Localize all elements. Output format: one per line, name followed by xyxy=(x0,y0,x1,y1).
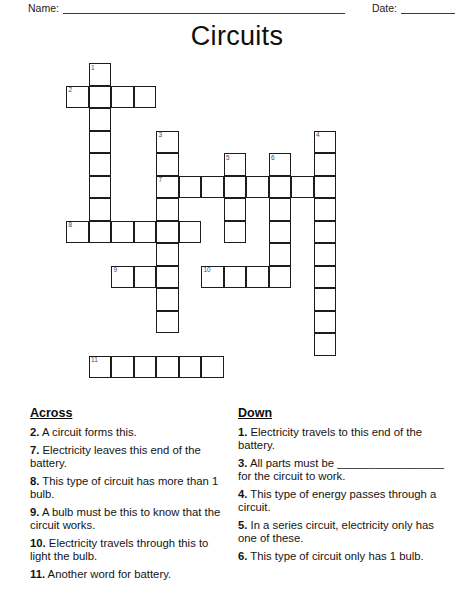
empty-space xyxy=(224,333,247,356)
crossword-cell[interactable] xyxy=(134,356,157,379)
cell-number: 7 xyxy=(159,177,163,184)
crossword-cell[interactable] xyxy=(134,221,157,244)
cell-number: 9 xyxy=(114,267,118,274)
empty-space xyxy=(179,63,202,86)
crossword-cell[interactable] xyxy=(201,176,224,199)
empty-space xyxy=(269,333,292,356)
crossword-cell[interactable]: 8 xyxy=(66,221,89,244)
empty-space xyxy=(66,153,89,176)
crossword-cell[interactable] xyxy=(89,198,112,221)
empty-space xyxy=(246,243,269,266)
crossword-cell[interactable] xyxy=(291,176,314,199)
clue-text: This type of circuit only has 1 bulb. xyxy=(250,550,423,562)
empty-space xyxy=(291,266,314,289)
empty-space xyxy=(111,176,134,199)
empty-space xyxy=(246,153,269,176)
crossword-cell[interactable] xyxy=(314,176,337,199)
clue-number: 5. xyxy=(238,519,247,531)
empty-space xyxy=(66,356,89,379)
empty-space xyxy=(179,288,202,311)
down-heading: Down xyxy=(238,406,449,420)
crossword-cell[interactable] xyxy=(314,153,337,176)
clue-number: 9. xyxy=(30,506,39,518)
empty-space xyxy=(66,333,89,356)
empty-space xyxy=(224,356,247,379)
clue-number: 7. xyxy=(30,444,39,456)
clue-number: 11. xyxy=(30,568,45,580)
empty-space xyxy=(66,176,89,199)
crossword-cell[interactable] xyxy=(156,153,179,176)
empty-space xyxy=(111,63,134,86)
crossword-cell[interactable] xyxy=(156,198,179,221)
crossword-cell[interactable]: 4 xyxy=(314,131,337,154)
crossword-grid: 1234567891011 xyxy=(66,63,336,378)
crossword-cell[interactable] xyxy=(314,243,337,266)
empty-space xyxy=(201,153,224,176)
crossword-cell[interactable]: 2 xyxy=(66,86,89,109)
empty-space xyxy=(134,243,157,266)
empty-space xyxy=(111,288,134,311)
clue-text: Another word for battery. xyxy=(48,568,172,580)
empty-space xyxy=(201,333,224,356)
empty-space xyxy=(314,356,337,379)
name-label: Name: xyxy=(28,2,59,14)
empty-space xyxy=(201,86,224,109)
clue-number: 2. xyxy=(30,426,39,438)
empty-space xyxy=(179,333,202,356)
crossword-cell[interactable] xyxy=(156,288,179,311)
crossword-cell[interactable]: 10 xyxy=(201,266,224,289)
empty-space xyxy=(111,311,134,334)
clue-item: 10. Electricity travels through this to … xyxy=(30,537,231,563)
empty-space xyxy=(269,86,292,109)
empty-space xyxy=(134,131,157,154)
date-label: Date: xyxy=(372,2,397,14)
empty-space xyxy=(179,243,202,266)
crossword-cell[interactable] xyxy=(89,131,112,154)
crossword-cell[interactable] xyxy=(111,356,134,379)
empty-space xyxy=(66,311,89,334)
crossword-cell[interactable] xyxy=(269,266,292,289)
clue-number: 10. xyxy=(30,537,46,549)
empty-space xyxy=(179,311,202,334)
crossword-cell[interactable] xyxy=(111,86,134,109)
empty-space xyxy=(111,131,134,154)
crossword-cell[interactable] xyxy=(156,356,179,379)
empty-space xyxy=(246,86,269,109)
across-clues-section: Across 2. A circuit forms this.7. Electr… xyxy=(30,406,231,587)
crossword-cell[interactable] xyxy=(246,266,269,289)
crossword-cell[interactable] xyxy=(269,243,292,266)
crossword-cell[interactable]: 11 xyxy=(89,356,112,379)
empty-space xyxy=(291,198,314,221)
crossword-cell[interactable] xyxy=(89,86,112,109)
empty-space xyxy=(269,311,292,334)
clue-text: This type of circuit has more than 1 bul… xyxy=(30,475,218,500)
crossword-cell[interactable]: 6 xyxy=(269,153,292,176)
empty-space xyxy=(224,131,247,154)
page-title: Circuits xyxy=(0,21,474,52)
empty-space xyxy=(89,311,112,334)
empty-space xyxy=(201,108,224,131)
empty-space xyxy=(179,153,202,176)
empty-space xyxy=(291,356,314,379)
empty-space xyxy=(224,63,247,86)
crossword-cell[interactable] xyxy=(156,266,179,289)
clue-number: 6. xyxy=(238,550,247,562)
empty-space xyxy=(66,288,89,311)
clue-text: This type of energy passes through a cir… xyxy=(238,488,436,513)
clue-number: 3. xyxy=(238,457,247,469)
empty-space xyxy=(66,266,89,289)
empty-space xyxy=(291,63,314,86)
clue-number: 8. xyxy=(30,475,39,487)
empty-space xyxy=(66,131,89,154)
empty-space xyxy=(314,86,337,109)
empty-space xyxy=(111,333,134,356)
crossword-cell[interactable]: 1 xyxy=(89,63,112,86)
empty-space xyxy=(134,176,157,199)
empty-space xyxy=(179,266,202,289)
cell-number: 2 xyxy=(69,87,73,94)
empty-space xyxy=(246,288,269,311)
crossword-cell[interactable] xyxy=(179,176,202,199)
empty-space xyxy=(224,243,247,266)
clue-text: Electricity travels to this end of the b… xyxy=(238,426,422,451)
crossword-cell[interactable] xyxy=(201,356,224,379)
empty-space xyxy=(89,266,112,289)
empty-space xyxy=(291,243,314,266)
empty-space xyxy=(246,63,269,86)
empty-space xyxy=(111,153,134,176)
empty-space xyxy=(89,333,112,356)
empty-space xyxy=(269,108,292,131)
empty-space xyxy=(89,243,112,266)
crossword-cell[interactable] xyxy=(314,221,337,244)
crossword-cell[interactable] xyxy=(134,266,157,289)
crossword-cell[interactable] xyxy=(269,176,292,199)
empty-space xyxy=(156,86,179,109)
worksheet-page: Name: Date: Circuits 1234567891011 Acros… xyxy=(0,0,474,613)
empty-space xyxy=(201,198,224,221)
clue-text: A bulb must be this to know that the cir… xyxy=(30,506,220,531)
crossword-cell[interactable] xyxy=(224,198,247,221)
cell-number: 4 xyxy=(316,132,320,139)
empty-space xyxy=(224,288,247,311)
empty-space xyxy=(201,243,224,266)
crossword-cell[interactable] xyxy=(224,221,247,244)
clue-item: 7. Electricity leaves this end of the ba… xyxy=(30,444,231,470)
empty-space xyxy=(156,63,179,86)
empty-space xyxy=(291,311,314,334)
crossword-cell[interactable] xyxy=(134,86,157,109)
cell-number: 6 xyxy=(271,155,275,162)
crossword-cell[interactable] xyxy=(89,221,112,244)
across-clue-list: 2. A circuit forms this.7. Electricity l… xyxy=(30,426,231,581)
empty-space xyxy=(269,63,292,86)
crossword-cell[interactable]: 3 xyxy=(156,131,179,154)
clue-item: 4. This type of energy passes through a … xyxy=(238,488,449,514)
empty-space xyxy=(246,108,269,131)
empty-space xyxy=(201,221,224,244)
empty-space xyxy=(134,333,157,356)
empty-space xyxy=(201,63,224,86)
crossword-cell[interactable] xyxy=(224,176,247,199)
empty-space xyxy=(246,311,269,334)
crossword-cell[interactable] xyxy=(156,221,179,244)
clue-item: 2. A circuit forms this. xyxy=(30,426,231,439)
empty-space xyxy=(179,108,202,131)
cell-number: 5 xyxy=(226,155,230,162)
crossword-cell[interactable] xyxy=(314,198,337,221)
crossword-cell[interactable] xyxy=(314,311,337,334)
name-blank-line[interactable] xyxy=(63,2,345,14)
empty-space xyxy=(66,108,89,131)
empty-space xyxy=(314,108,337,131)
empty-space xyxy=(134,288,157,311)
crossword-cell[interactable] xyxy=(314,266,337,289)
clue-item: 5. In a series circuit, electricity only… xyxy=(238,519,449,545)
crossword-cell[interactable]: 5 xyxy=(224,153,247,176)
empty-space xyxy=(291,333,314,356)
crossword-cell[interactable] xyxy=(246,176,269,199)
empty-space xyxy=(156,108,179,131)
date-blank-line[interactable] xyxy=(401,2,455,14)
clue-text: In a series circuit, electricity only ha… xyxy=(238,519,434,544)
crossword-cell[interactable] xyxy=(156,243,179,266)
empty-space xyxy=(291,288,314,311)
empty-space xyxy=(291,221,314,244)
empty-space xyxy=(269,356,292,379)
empty-space xyxy=(134,63,157,86)
clue-text: All parts must be _________________ for … xyxy=(238,457,444,482)
crossword-cell[interactable] xyxy=(179,356,202,379)
across-heading: Across xyxy=(30,406,231,420)
empty-space xyxy=(179,198,202,221)
clue-text: Electricity travels through this to ligh… xyxy=(30,537,208,562)
clue-item: 3. All parts must be _________________ f… xyxy=(238,457,449,483)
empty-space xyxy=(134,108,157,131)
empty-space xyxy=(246,333,269,356)
crossword-cell[interactable] xyxy=(224,266,247,289)
empty-space xyxy=(224,108,247,131)
cell-number: 11 xyxy=(91,357,98,364)
cell-number: 1 xyxy=(91,65,95,72)
crossword-cell[interactable] xyxy=(269,198,292,221)
empty-space xyxy=(111,243,134,266)
empty-space xyxy=(66,243,89,266)
clue-text: Electricity leaves this end of the batte… xyxy=(30,444,201,469)
empty-space xyxy=(201,288,224,311)
cell-number: 8 xyxy=(69,222,73,229)
crossword-cell[interactable] xyxy=(314,288,337,311)
clue-item: 9. A bulb must be this to know that the … xyxy=(30,506,231,532)
down-clue-list: 1. Electricity travels to this end of th… xyxy=(238,426,449,563)
crossword-cell[interactable]: 7 xyxy=(156,176,179,199)
empty-space xyxy=(201,131,224,154)
empty-space xyxy=(134,311,157,334)
empty-space xyxy=(179,131,202,154)
header-row: Name: Date: xyxy=(28,2,455,14)
crossword-cell[interactable] xyxy=(156,311,179,334)
empty-space xyxy=(156,333,179,356)
empty-space xyxy=(224,86,247,109)
empty-space xyxy=(111,108,134,131)
empty-space xyxy=(291,86,314,109)
empty-space xyxy=(246,131,269,154)
empty-space xyxy=(224,311,247,334)
empty-space xyxy=(291,131,314,154)
clue-number: 4. xyxy=(238,488,247,500)
empty-space xyxy=(246,198,269,221)
empty-space xyxy=(269,288,292,311)
clue-number: 1. xyxy=(238,426,247,438)
empty-space xyxy=(89,288,112,311)
empty-space xyxy=(291,153,314,176)
crossword-cell[interactable] xyxy=(89,108,112,131)
empty-space xyxy=(179,86,202,109)
crossword-cell[interactable] xyxy=(111,221,134,244)
empty-space xyxy=(111,198,134,221)
crossword-cell[interactable] xyxy=(89,153,112,176)
empty-space xyxy=(134,153,157,176)
cell-number: 3 xyxy=(159,132,163,139)
empty-space xyxy=(66,63,89,86)
empty-space xyxy=(246,356,269,379)
empty-space xyxy=(291,108,314,131)
empty-space xyxy=(201,311,224,334)
clue-item: 1. Electricity travels to this end of th… xyxy=(238,426,449,452)
empty-space xyxy=(66,198,89,221)
crossword-cell[interactable] xyxy=(269,221,292,244)
empty-space xyxy=(134,198,157,221)
crossword-cell[interactable] xyxy=(314,333,337,356)
clue-text: A circuit forms this. xyxy=(42,426,137,438)
clue-item: 6. This type of circuit only has 1 bulb. xyxy=(238,550,449,563)
down-clues-section: Down 1. Electricity travels to this end … xyxy=(238,406,449,568)
crossword-cell[interactable]: 9 xyxy=(111,266,134,289)
cell-number: 10 xyxy=(204,267,211,274)
empty-space xyxy=(269,131,292,154)
crossword-cell[interactable] xyxy=(89,176,112,199)
clue-item: 11. Another word for battery. xyxy=(30,568,231,581)
empty-space xyxy=(246,221,269,244)
clue-item: 8. This type of circuit has more than 1 … xyxy=(30,475,231,501)
crossword-cell[interactable] xyxy=(179,221,202,244)
empty-space xyxy=(314,63,337,86)
